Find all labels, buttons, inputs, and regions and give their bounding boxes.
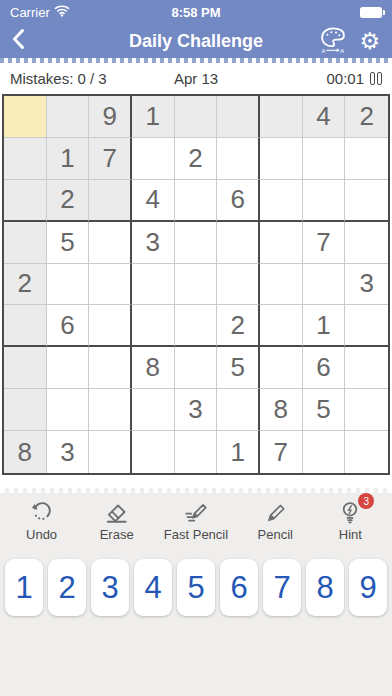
sudoku-board: 9142172246537236218563858317 [2, 94, 390, 475]
back-button[interactable] [12, 28, 25, 54]
number-pad: 1 2 3 4 5 6 7 8 9 [0, 559, 392, 616]
cell-r2c7[interactable] [260, 138, 303, 180]
cell-r3c1[interactable] [4, 180, 47, 222]
numpad-8[interactable]: 8 [306, 559, 344, 616]
cell-r5c5[interactable] [175, 264, 218, 306]
cell-r8c2[interactable] [47, 389, 90, 431]
hint-label: Hint [339, 527, 362, 542]
cell-r9c7[interactable]: 7 [260, 431, 303, 473]
cell-r4c5[interactable] [175, 222, 218, 264]
fast-pencil-label: Fast Pencil [164, 527, 228, 542]
cell-r1c2[interactable] [47, 96, 90, 138]
board-panel-gap [0, 475, 392, 488]
fast-pencil-icon [183, 499, 209, 525]
cell-r1c1[interactable] [4, 96, 47, 138]
cell-r2c2[interactable]: 1 [47, 138, 90, 180]
settings-gear-button[interactable]: ⚙ [359, 30, 380, 53]
cell-r5c4[interactable] [132, 264, 175, 306]
cell-r1c5[interactable] [175, 96, 218, 138]
hint-badge: 3 [358, 493, 374, 509]
cell-r7c5[interactable] [175, 347, 218, 389]
cell-r2c4[interactable] [132, 138, 175, 180]
battery-icon [360, 7, 382, 18]
cell-r7c4[interactable]: 8 [132, 347, 175, 389]
undo-label: Undo [26, 527, 57, 542]
pencil-icon [262, 499, 288, 525]
cell-r6c1[interactable] [4, 305, 47, 347]
cell-r4c2[interactable]: 5 [47, 222, 90, 264]
cell-r8c1[interactable] [4, 389, 47, 431]
cell-r2c6[interactable] [217, 138, 260, 180]
tool-bar: Undo Erase [0, 493, 392, 542]
cell-r4c1[interactable] [4, 222, 47, 264]
cell-r4c3[interactable] [89, 222, 132, 264]
sudoku-app: Carrier 8:58 PM Daily Challenge [0, 0, 392, 696]
cell-r4c8[interactable]: 7 [303, 222, 346, 264]
cell-r3c3[interactable] [89, 180, 132, 222]
numpad-1[interactable]: 1 [5, 559, 43, 616]
cell-r9c2[interactable]: 3 [47, 431, 90, 473]
cell-r6c8[interactable]: 1 [303, 305, 346, 347]
cell-r7c6[interactable]: 5 [217, 347, 260, 389]
cell-r5c9[interactable]: 3 [345, 264, 388, 306]
cell-r9c1[interactable]: 8 [4, 431, 47, 473]
cell-r6c5[interactable] [175, 305, 218, 347]
cell-r3c2[interactable]: 2 [47, 180, 90, 222]
cell-r7c2[interactable] [47, 347, 90, 389]
numpad-5[interactable]: 5 [177, 559, 215, 616]
numpad-4[interactable]: 4 [134, 559, 172, 616]
cell-r5c6[interactable] [217, 264, 260, 306]
theme-palette-button[interactable]: A A [319, 25, 347, 57]
cell-r7c8[interactable]: 6 [303, 347, 346, 389]
undo-button[interactable]: Undo [14, 499, 70, 542]
cell-r9c9[interactable] [345, 431, 388, 473]
cell-r2c3[interactable]: 7 [89, 138, 132, 180]
cell-r5c2[interactable] [47, 264, 90, 306]
cell-r9c6[interactable]: 1 [217, 431, 260, 473]
cell-r7c9[interactable] [345, 347, 388, 389]
cell-r8c7[interactable]: 8 [260, 389, 303, 431]
cell-r6c4[interactable] [132, 305, 175, 347]
cell-r3c6[interactable]: 6 [217, 180, 260, 222]
cell-r8c3[interactable] [89, 389, 132, 431]
numpad-6[interactable]: 6 [220, 559, 258, 616]
cell-r3c4[interactable]: 4 [132, 180, 175, 222]
hint-button[interactable]: 3 Hint [322, 499, 378, 542]
erase-button[interactable]: Erase [89, 499, 145, 542]
cell-r1c4[interactable]: 1 [132, 96, 175, 138]
cell-r5c7[interactable] [260, 264, 303, 306]
cell-r4c4[interactable]: 3 [132, 222, 175, 264]
pencil-label: Pencil [258, 527, 293, 542]
pencil-button[interactable]: Pencil [247, 499, 303, 542]
cell-r7c3[interactable] [89, 347, 132, 389]
undo-icon [29, 499, 55, 525]
eraser-icon [104, 499, 130, 525]
cell-r1c9[interactable]: 2 [345, 96, 388, 138]
cell-r6c3[interactable] [89, 305, 132, 347]
erase-label: Erase [100, 527, 134, 542]
cell-r1c7[interactable] [260, 96, 303, 138]
cell-r9c5[interactable] [175, 431, 218, 473]
cell-r2c5[interactable]: 2 [175, 138, 218, 180]
cell-r2c1[interactable] [4, 138, 47, 180]
status-bar: Carrier 8:58 PM [0, 0, 392, 24]
numpad-9[interactable]: 9 [349, 559, 387, 616]
cell-r1c3[interactable]: 9 [89, 96, 132, 138]
numpad-7[interactable]: 7 [263, 559, 301, 616]
date-label: Apr 13 [0, 70, 392, 87]
cell-r7c7[interactable] [260, 347, 303, 389]
cell-r9c3[interactable] [89, 431, 132, 473]
svg-text:A: A [322, 48, 326, 53]
board-wrap: 9142172246537236218563858317 [0, 94, 392, 475]
cell-r7c1[interactable] [4, 347, 47, 389]
svg-text:A: A [341, 48, 345, 53]
cell-r3c7[interactable] [260, 180, 303, 222]
fast-pencil-button[interactable]: Fast Pencil [164, 499, 228, 542]
cell-r1c6[interactable] [217, 96, 260, 138]
numpad-2[interactable]: 2 [48, 559, 86, 616]
back-chevron-icon [12, 28, 25, 54]
cell-r8c4[interactable] [132, 389, 175, 431]
cell-r5c8[interactable] [303, 264, 346, 306]
cell-r6c9[interactable] [345, 305, 388, 347]
cell-r5c1[interactable]: 2 [4, 264, 47, 306]
cell-r8c6[interactable] [217, 389, 260, 431]
cell-r5c3[interactable] [89, 264, 132, 306]
cell-r8c5[interactable]: 3 [175, 389, 218, 431]
numpad-3[interactable]: 3 [91, 559, 129, 616]
bottom-panel: Undo Erase [0, 488, 392, 696]
cell-r2c8[interactable] [303, 138, 346, 180]
cell-r6c6[interactable]: 2 [217, 305, 260, 347]
cell-r6c2[interactable]: 6 [47, 305, 90, 347]
nav-bar: Daily Challenge A A ⚙ [0, 24, 392, 58]
game-info-row: Mistakes: 0 / 3 Apr 13 00:01 [0, 63, 392, 94]
cell-r3c9[interactable] [345, 180, 388, 222]
cell-r4c7[interactable] [260, 222, 303, 264]
cell-r9c4[interactable] [132, 431, 175, 473]
cell-r3c5[interactable] [175, 180, 218, 222]
cell-r4c9[interactable] [345, 222, 388, 264]
cell-r9c8[interactable] [303, 431, 346, 473]
cell-r4c6[interactable] [217, 222, 260, 264]
clock: 8:58 PM [0, 5, 392, 20]
cell-r2c9[interactable] [345, 138, 388, 180]
cell-r6c7[interactable] [260, 305, 303, 347]
cell-r1c8[interactable]: 4 [303, 96, 346, 138]
cell-r3c8[interactable] [303, 180, 346, 222]
cell-r8c9[interactable] [345, 389, 388, 431]
cell-r8c8[interactable]: 5 [303, 389, 346, 431]
